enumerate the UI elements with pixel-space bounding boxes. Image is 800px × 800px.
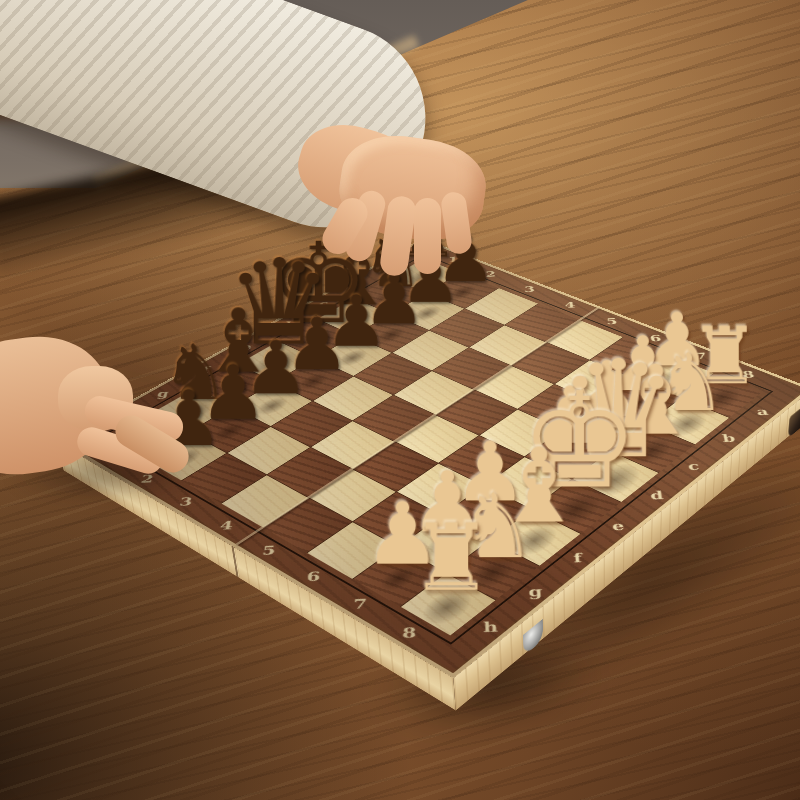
light-rook-glyph: ♜ [334,512,569,605]
file-label-far-b: b [355,279,366,288]
rank-label-right-1: 1 [448,255,458,264]
hinge-silver-knob [523,619,543,656]
upper-hand-ring-finger [414,198,441,274]
rank-label-right-4: 4 [564,300,576,310]
file-label-far-c: c [319,299,329,308]
rank-label-right-2: 2 [485,270,496,279]
fold-seam-side [231,546,238,578]
scene: hhggffeeddccbbaa1122334455667788 ♜♞♟♝♟♚♟… [0,0,800,800]
rank-label-right-3: 3 [524,285,535,294]
file-label-far-d: d [280,320,292,330]
